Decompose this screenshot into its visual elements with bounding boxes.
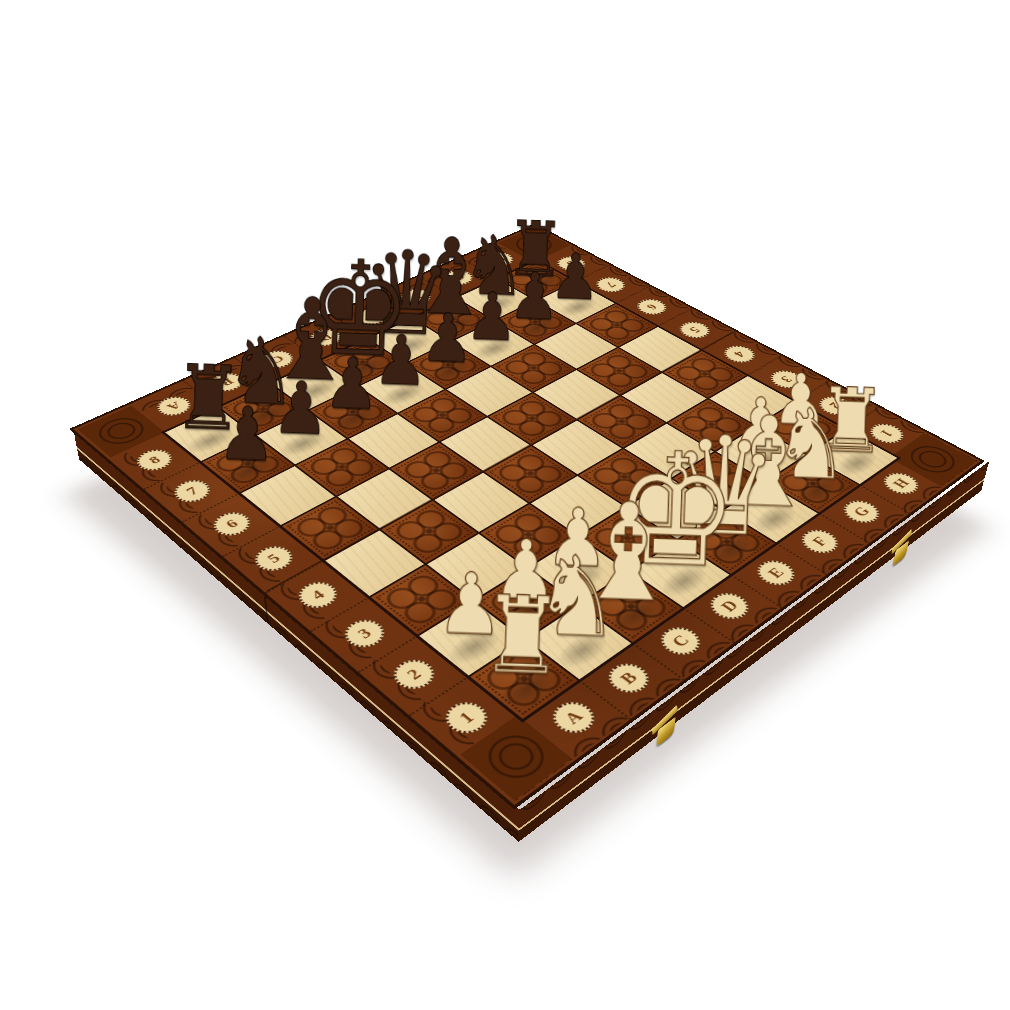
right-rank-label-7: 7: [591, 274, 631, 295]
fold-seam-side: [264, 591, 269, 624]
far-file-label-f: F: [396, 286, 437, 307]
right-rank-label-5: 5: [674, 319, 716, 342]
far-file-label-a: A: [151, 393, 197, 419]
far-file-label-d: D: [304, 326, 346, 349]
far-file-label-g: G: [439, 267, 479, 287]
black-pawn-a7: ♟: [216, 396, 277, 472]
far-file-label-c: C: [256, 347, 299, 371]
product-photo-stage: ABCDEFGH ABCDEFGH 87654321 87654321 ♜♞♝♚…: [0, 0, 1010, 1010]
far-file-label-e: E: [351, 306, 393, 328]
clasp-arm-icon: [892, 529, 912, 555]
clasp-arm-icon: [652, 705, 678, 735]
far-file-label-h: H: [480, 249, 519, 269]
chess-board: ABCDEFGH ABCDEFGH 87654321 87654321 ♜♞♝♚…: [69, 223, 985, 809]
right-rank-label-8: 8: [552, 254, 591, 274]
right-rank-label-6: 6: [631, 296, 672, 318]
white-rook-a1: ♜: [478, 582, 565, 691]
clasp-plate-icon: [656, 717, 676, 748]
